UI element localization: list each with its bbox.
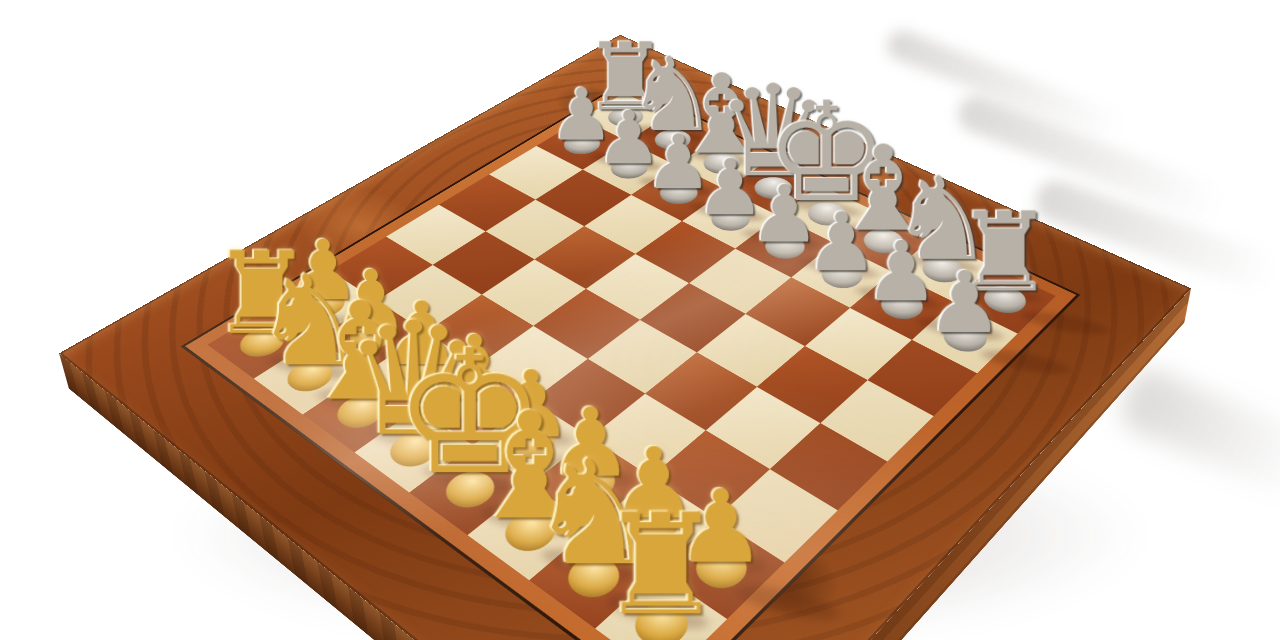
white-rook-glyph: ♜ bbox=[599, 494, 724, 634]
black-pawn-glyph: ♟ bbox=[927, 260, 1003, 345]
pieces-layer: ♜♞♝♛♚♝♞♜♟♟♟♟♟♟♟♟♟♟♟♟♟♟♟♟♜♞♝♛♚♝♞♜ bbox=[207, 93, 1056, 640]
photo-canvas: ♜♞♝♛♚♝♞♜♟♟♟♟♟♟♟♟♟♟♟♟♟♟♟♟♜♞♝♛♚♝♞♜ bbox=[0, 0, 1280, 640]
scene: ♜♞♝♛♚♝♞♜♟♟♟♟♟♟♟♟♟♟♟♟♟♟♟♟♜♞♝♛♚♝♞♜ bbox=[0, 0, 1280, 640]
chessboard: ♜♞♝♛♚♝♞♜♟♟♟♟♟♟♟♟♟♟♟♟♟♟♟♟♜♞♝♛♚♝♞♜ bbox=[59, 35, 1191, 640]
piece-white-rook-h1: ♜ bbox=[595, 572, 727, 640]
